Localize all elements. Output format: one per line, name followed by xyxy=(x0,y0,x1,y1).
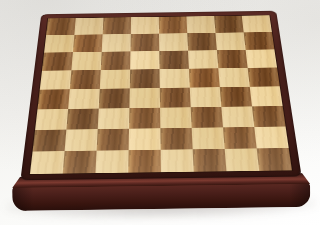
square-h7 xyxy=(244,32,275,50)
square-a8 xyxy=(46,18,76,35)
square-d3 xyxy=(129,108,160,129)
square-h3 xyxy=(252,106,286,127)
square-d7 xyxy=(130,34,159,52)
square-a3 xyxy=(35,109,68,130)
square-a4 xyxy=(37,89,69,109)
square-a5 xyxy=(40,70,72,89)
square-g5 xyxy=(218,68,249,87)
square-g3 xyxy=(221,106,254,127)
square-a1 xyxy=(30,151,65,174)
square-c7 xyxy=(102,34,131,52)
square-c1 xyxy=(95,150,128,173)
square-f4 xyxy=(190,87,222,107)
square-e7 xyxy=(159,33,188,51)
square-d5 xyxy=(130,69,160,88)
square-f1 xyxy=(193,149,227,172)
square-g6 xyxy=(217,50,248,69)
square-b7 xyxy=(73,34,103,52)
square-e6 xyxy=(159,51,189,70)
square-h4 xyxy=(250,86,283,106)
square-d6 xyxy=(130,51,159,70)
square-c2 xyxy=(97,129,129,151)
square-h5 xyxy=(248,67,280,86)
square-e3 xyxy=(160,107,192,128)
square-g1 xyxy=(225,148,260,171)
chess-box xyxy=(0,0,320,225)
square-f2 xyxy=(192,127,225,149)
square-b5 xyxy=(70,70,101,89)
square-f6 xyxy=(188,50,218,69)
square-h2 xyxy=(254,127,288,149)
square-b6 xyxy=(71,52,101,71)
photo-background xyxy=(0,0,320,225)
square-c8 xyxy=(103,17,132,34)
square-h8 xyxy=(242,15,272,32)
square-a2 xyxy=(33,130,67,152)
square-b2 xyxy=(65,129,98,151)
square-g4 xyxy=(220,87,252,107)
square-g8 xyxy=(214,16,244,33)
square-f3 xyxy=(191,107,223,128)
square-d1 xyxy=(128,150,161,173)
chessboard-grid xyxy=(30,15,292,174)
square-b3 xyxy=(66,109,98,130)
square-c5 xyxy=(100,70,130,89)
square-f5 xyxy=(189,68,220,87)
square-d8 xyxy=(131,17,159,34)
square-d4 xyxy=(129,88,160,108)
square-f8 xyxy=(186,16,215,33)
board-frame xyxy=(20,11,301,180)
square-e4 xyxy=(160,88,191,108)
square-c3 xyxy=(98,108,130,129)
square-d2 xyxy=(129,128,161,150)
square-b1 xyxy=(63,151,97,174)
square-e5 xyxy=(159,69,189,88)
square-e1 xyxy=(161,149,194,172)
square-b4 xyxy=(68,89,100,109)
square-h6 xyxy=(246,49,277,67)
square-e8 xyxy=(159,16,187,33)
square-c6 xyxy=(101,51,131,70)
square-f7 xyxy=(187,33,217,51)
square-a7 xyxy=(44,35,74,53)
square-b8 xyxy=(74,18,103,35)
square-c4 xyxy=(99,88,130,108)
square-h1 xyxy=(257,148,292,171)
square-e2 xyxy=(160,128,192,150)
square-g2 xyxy=(223,127,257,149)
square-a6 xyxy=(42,52,73,71)
square-g7 xyxy=(215,32,245,50)
